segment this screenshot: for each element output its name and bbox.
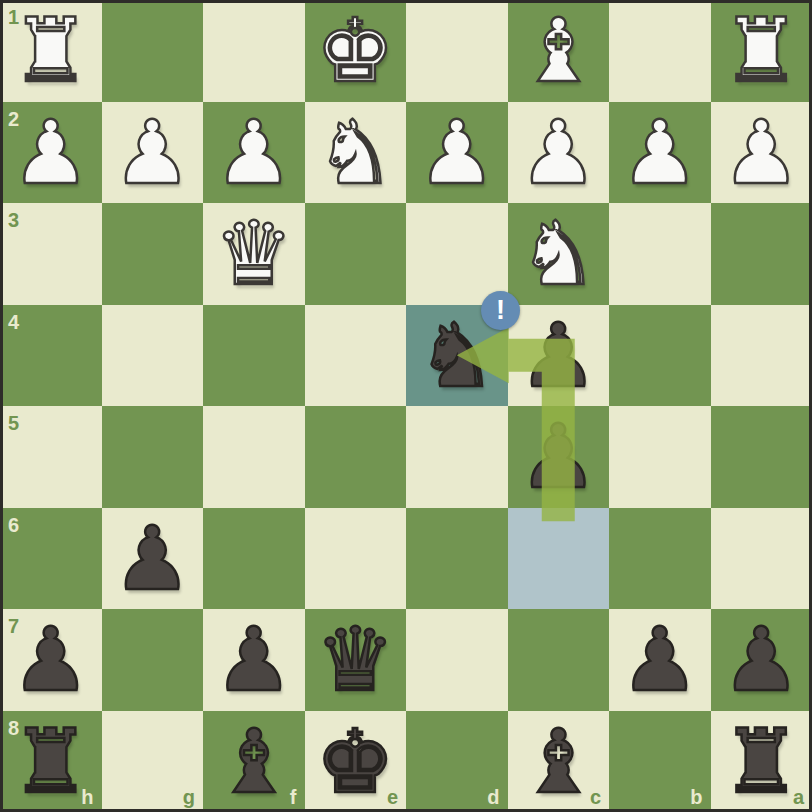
square-a7[interactable]: ♟ xyxy=(711,609,812,711)
square-e3[interactable] xyxy=(305,203,407,305)
file-label-a: a xyxy=(793,787,804,807)
piece-white-king-e1[interactable]: ♚ xyxy=(316,0,395,101)
square-f4[interactable] xyxy=(203,305,305,407)
square-h6[interactable]: 6 xyxy=(0,508,102,610)
square-f6[interactable] xyxy=(203,508,305,610)
rank-label-4: 4 xyxy=(8,312,19,332)
piece-white-bishop-c1[interactable]: ♝ xyxy=(519,0,598,101)
square-d3[interactable] xyxy=(406,203,508,305)
square-h3[interactable]: 3 xyxy=(0,203,102,305)
square-a8[interactable]: a♜ xyxy=(711,711,812,812)
file-label-d: d xyxy=(487,787,499,807)
square-h2[interactable]: 2♟ xyxy=(0,102,102,204)
square-g5[interactable] xyxy=(102,406,204,508)
square-b3[interactable] xyxy=(609,203,711,305)
square-e6[interactable] xyxy=(305,508,407,610)
square-f5[interactable] xyxy=(203,406,305,508)
rank-label-5: 5 xyxy=(8,413,19,433)
square-h4[interactable]: 4 xyxy=(0,305,102,407)
piece-black-bishop-f8[interactable]: ♝ xyxy=(214,711,293,812)
rank-label-6: 6 xyxy=(8,515,19,535)
square-g6[interactable]: ♟ xyxy=(102,508,204,610)
square-d8[interactable]: d xyxy=(406,711,508,812)
rank-label-2: 2 xyxy=(8,109,19,129)
piece-white-pawn-h2[interactable]: ♟ xyxy=(11,102,90,203)
square-g8[interactable]: g xyxy=(102,711,204,812)
file-label-c: c xyxy=(590,787,601,807)
square-b8[interactable]: b xyxy=(609,711,711,812)
square-h5[interactable]: 5 xyxy=(0,406,102,508)
piece-black-queen-e7[interactable]: ♛ xyxy=(316,609,395,710)
square-h7[interactable]: 7♟ xyxy=(0,609,102,711)
square-d7[interactable] xyxy=(406,609,508,711)
rank-label-3: 3 xyxy=(8,210,19,230)
square-e4[interactable] xyxy=(305,305,407,407)
piece-black-pawn-c4[interactable]: ♟ xyxy=(519,305,598,406)
piece-black-pawn-a7[interactable]: ♟ xyxy=(722,609,801,710)
file-label-b: b xyxy=(690,787,702,807)
square-e5[interactable] xyxy=(305,406,407,508)
square-c5[interactable]: ♟ xyxy=(508,406,610,508)
piece-white-knight-c3[interactable]: ♞ xyxy=(519,203,598,304)
piece-black-pawn-f7[interactable]: ♟ xyxy=(214,609,293,710)
square-f1[interactable] xyxy=(203,0,305,102)
move-annotation-badge: ! xyxy=(481,291,520,330)
square-h8[interactable]: 8h♜ xyxy=(0,711,102,812)
square-c7[interactable] xyxy=(508,609,610,711)
square-c2[interactable]: ♟ xyxy=(508,102,610,204)
square-e1[interactable]: ♚ xyxy=(305,0,407,102)
square-f8[interactable]: f♝ xyxy=(203,711,305,812)
square-d5[interactable] xyxy=(406,406,508,508)
square-b1[interactable] xyxy=(609,0,711,102)
piece-black-pawn-g6[interactable]: ♟ xyxy=(113,508,192,609)
square-g1[interactable] xyxy=(102,0,204,102)
piece-white-knight-e2[interactable]: ♞ xyxy=(316,102,395,203)
square-e8[interactable]: e♚ xyxy=(305,711,407,812)
square-e7[interactable]: ♛ xyxy=(305,609,407,711)
square-a4[interactable] xyxy=(711,305,812,407)
square-h1[interactable]: 1♜ xyxy=(0,0,102,102)
file-label-f: f xyxy=(290,787,297,807)
square-a6[interactable] xyxy=(711,508,812,610)
square-c6[interactable] xyxy=(508,508,610,610)
square-b4[interactable] xyxy=(609,305,711,407)
piece-white-pawn-f2[interactable]: ♟ xyxy=(214,102,293,203)
rank-label-8: 8 xyxy=(8,718,19,738)
annotation-symbol: ! xyxy=(496,297,505,324)
square-c1[interactable]: ♝ xyxy=(508,0,610,102)
piece-white-pawn-a2[interactable]: ♟ xyxy=(722,102,801,203)
square-c4[interactable]: ♟ xyxy=(508,305,610,407)
piece-black-pawn-c5[interactable]: ♟ xyxy=(519,406,598,507)
square-f7[interactable]: ♟ xyxy=(203,609,305,711)
piece-black-rook-h8[interactable]: ♜ xyxy=(11,711,90,812)
square-a1[interactable]: ♜ xyxy=(711,0,812,102)
piece-white-pawn-g2[interactable]: ♟ xyxy=(113,102,192,203)
rank-label-7: 7 xyxy=(8,616,19,636)
piece-white-rook-h1[interactable]: ♜ xyxy=(11,0,90,101)
piece-white-rook-a1[interactable]: ♜ xyxy=(722,0,801,101)
square-d2[interactable]: ♟ xyxy=(406,102,508,204)
square-g2[interactable]: ♟ xyxy=(102,102,204,204)
piece-white-pawn-b2[interactable]: ♟ xyxy=(620,102,699,203)
piece-white-pawn-d2[interactable]: ♟ xyxy=(417,102,496,203)
piece-white-pawn-c2[interactable]: ♟ xyxy=(519,102,598,203)
board-squares: 1♜♚♝♜2♟♟♟♞♟♟♟♟3♛♞4♞♟5♟6♟7♟♟♛♟♟8h♜gf♝e♚dc… xyxy=(0,0,812,812)
piece-black-bishop-c8[interactable]: ♝ xyxy=(519,711,598,812)
square-e2[interactable]: ♞ xyxy=(305,102,407,204)
square-a3[interactable] xyxy=(711,203,812,305)
square-c8[interactable]: c♝ xyxy=(508,711,610,812)
file-label-e: e xyxy=(387,787,398,807)
piece-black-pawn-b7[interactable]: ♟ xyxy=(620,609,699,710)
square-g3[interactable] xyxy=(102,203,204,305)
rank-label-1: 1 xyxy=(8,7,19,27)
square-b5[interactable] xyxy=(609,406,711,508)
square-f2[interactable]: ♟ xyxy=(203,102,305,204)
piece-white-queen-f3[interactable]: ♛ xyxy=(214,203,293,304)
square-b7[interactable]: ♟ xyxy=(609,609,711,711)
square-b2[interactable]: ♟ xyxy=(609,102,711,204)
square-d1[interactable] xyxy=(406,0,508,102)
piece-black-pawn-h7[interactable]: ♟ xyxy=(11,609,90,710)
piece-black-rook-a8[interactable]: ♜ xyxy=(722,711,801,812)
square-f3[interactable]: ♛ xyxy=(203,203,305,305)
file-label-g: g xyxy=(183,787,195,807)
square-b6[interactable] xyxy=(609,508,711,610)
square-a2[interactable]: ♟ xyxy=(711,102,812,204)
square-d6[interactable] xyxy=(406,508,508,610)
file-label-h: h xyxy=(81,787,93,807)
chess-board: 1♜♚♝♜2♟♟♟♞♟♟♟♟3♛♞4♞♟5♟6♟7♟♟♛♟♟8h♜gf♝e♚dc… xyxy=(0,0,812,812)
piece-black-king-e8[interactable]: ♚ xyxy=(316,711,395,812)
square-g7[interactable] xyxy=(102,609,204,711)
square-g4[interactable] xyxy=(102,305,204,407)
square-c3[interactable]: ♞ xyxy=(508,203,610,305)
square-a5[interactable] xyxy=(711,406,812,508)
